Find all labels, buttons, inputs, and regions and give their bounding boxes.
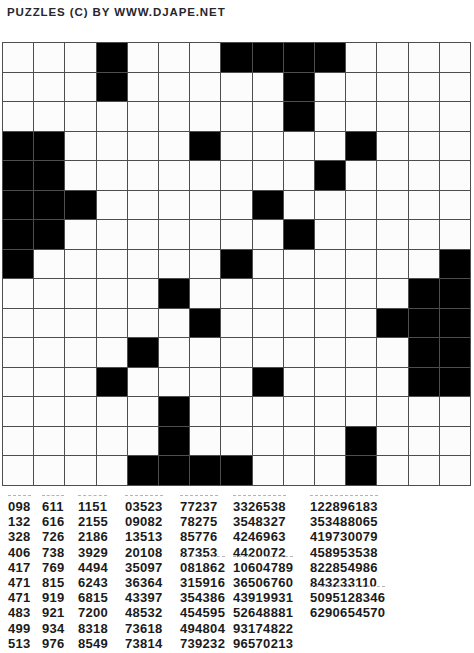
number-value: 976: [42, 637, 65, 651]
cell-r11c7[interactable]: [190, 338, 220, 367]
number-entry: 934: [42, 619, 65, 634]
number-entry: 122896183: [310, 497, 385, 512]
cell-r11c11[interactable]: [315, 338, 345, 367]
cell-r12c11[interactable]: [315, 368, 345, 397]
number-value: 122896183: [310, 495, 378, 514]
number-entry: 73618: [125, 619, 163, 634]
number-entry: 3929: [78, 543, 108, 558]
number-entry: 20108: [125, 543, 163, 558]
cell-r15c6: [159, 456, 189, 485]
cell-r15c3[interactable]: [65, 456, 95, 485]
cell-r9c7[interactable]: [190, 279, 220, 308]
cell-r14c5[interactable]: [128, 427, 158, 456]
cell-r10c2[interactable]: [34, 309, 64, 338]
cell-r13c11[interactable]: [315, 397, 345, 426]
number-entry: 483: [8, 603, 31, 618]
cell-r12c4: [97, 368, 127, 397]
cell-r6c10[interactable]: [284, 191, 314, 220]
number-value: 03523: [125, 495, 163, 514]
number-value: 3326538: [233, 495, 286, 514]
cell-r7c13[interactable]: [377, 220, 407, 249]
cell-r6c1: [3, 191, 33, 220]
cell-r14c13[interactable]: [377, 427, 407, 456]
number-entry: 43397: [125, 588, 163, 603]
cell-r8c15: [440, 250, 470, 279]
number-value: 6290654570: [310, 606, 385, 620]
cell-r7c9[interactable]: [253, 220, 283, 249]
cell-r11c2[interactable]: [34, 338, 64, 367]
number-entry: 7200: [78, 603, 108, 618]
cell-r7c7[interactable]: [190, 220, 220, 249]
cell-r13c13[interactable]: [377, 397, 407, 426]
number-value: 77237: [180, 495, 218, 514]
cell-r6c8[interactable]: [221, 191, 251, 220]
cell-r9c15: [440, 279, 470, 308]
cell-r10c3[interactable]: [65, 309, 95, 338]
number-entry: 417: [8, 558, 31, 573]
cell-r15c7: [190, 456, 220, 485]
cell-r13c9[interactable]: [253, 397, 283, 426]
number-value: 739232: [180, 637, 225, 651]
number-entry: 739232: [180, 634, 225, 649]
cell-r10c8[interactable]: [221, 309, 251, 338]
cell-r6c3: [65, 191, 95, 220]
number-entry: 471: [8, 588, 31, 603]
cell-r14c4[interactable]: [97, 427, 127, 456]
number-entry: 3548327: [233, 512, 293, 527]
cell-r13c7[interactable]: [190, 397, 220, 426]
cell-r7c4[interactable]: [97, 220, 127, 249]
cell-r11c1[interactable]: [3, 338, 33, 367]
number-value: 611: [42, 495, 64, 514]
cell-r12c5[interactable]: [128, 368, 158, 397]
number-value: 513: [8, 637, 31, 651]
number-value: 081862: [180, 556, 225, 575]
number-entry: 09082: [125, 512, 163, 527]
cell-r12c8[interactable]: [221, 368, 251, 397]
cell-r9c1[interactable]: [3, 279, 33, 308]
cell-r10c7: [190, 309, 220, 338]
cell-r6c14[interactable]: [409, 191, 439, 220]
cell-r14c9[interactable]: [253, 427, 283, 456]
number-entry: 4494: [78, 558, 108, 573]
number-entry: 48532: [125, 603, 163, 618]
cell-r14c1[interactable]: [3, 427, 33, 456]
cell-r9c13[interactable]: [377, 279, 407, 308]
cell-r12c2[interactable]: [34, 368, 64, 397]
cell-r12c3[interactable]: [65, 368, 95, 397]
cell-r13c14[interactable]: [409, 397, 439, 426]
number-entry: 43919931: [233, 588, 293, 603]
cell-r11c4[interactable]: [97, 338, 127, 367]
number-entry: 3326538: [233, 497, 293, 512]
number-value: 96570213: [233, 637, 293, 651]
number-entry: 2155: [78, 512, 108, 527]
cell-r11c8[interactable]: [221, 338, 251, 367]
number-entry: 77237: [180, 497, 225, 512]
cell-r14c7[interactable]: [190, 427, 220, 456]
cell-r10c1[interactable]: [3, 309, 33, 338]
cell-r8c6[interactable]: [159, 250, 189, 279]
cell-r8c13[interactable]: [377, 250, 407, 279]
cell-r7c10: [284, 220, 314, 249]
cell-r8c8: [221, 250, 251, 279]
cell-r8c7[interactable]: [190, 250, 220, 279]
cell-r14c12: [346, 427, 376, 456]
cell-r12c7[interactable]: [190, 368, 220, 397]
cell-r7c8[interactable]: [221, 220, 251, 249]
cell-r11c10[interactable]: [284, 338, 314, 367]
cell-r6c7[interactable]: [190, 191, 220, 220]
number-entry: 315916: [180, 573, 225, 588]
cell-r8c2[interactable]: [34, 250, 64, 279]
number-entry: 2186: [78, 527, 108, 542]
number-column-6: 3326538354832742469634420072106047893650…: [233, 497, 293, 649]
cell-r10c11[interactable]: [315, 309, 345, 338]
number-entry: 081862: [180, 558, 225, 573]
number-entry: 822854986: [310, 558, 385, 573]
number-entry: 6815: [78, 588, 108, 603]
number-column-5: 7723778275857768735308186231591635438645…: [180, 497, 225, 649]
cell-r10c9[interactable]: [253, 309, 283, 338]
cell-r10c5[interactable]: [128, 309, 158, 338]
cell-r15c1[interactable]: [3, 456, 33, 485]
cell-r10c4[interactable]: [97, 309, 127, 338]
number-entry: 13513: [125, 527, 163, 542]
cell-r14c3[interactable]: [65, 427, 95, 456]
number-value: 10604789: [233, 556, 293, 575]
number-value: 5095128346: [310, 586, 385, 605]
cell-r12c9: [253, 368, 283, 397]
number-column-7: 1228961833534880654197300794589535388228…: [310, 497, 385, 619]
number-entry: 921: [42, 603, 65, 618]
number-column-1: 098132328406417471471483499513: [8, 497, 31, 649]
number-entry: 35097: [125, 558, 163, 573]
cell-r11c6[interactable]: [159, 338, 189, 367]
cell-r13c6: [159, 397, 189, 426]
number-entry: 976: [42, 634, 65, 649]
cell-r7c5[interactable]: [128, 220, 158, 249]
number-entry: 8318: [78, 619, 108, 634]
cell-r9c10[interactable]: [284, 279, 314, 308]
number-entry: 96570213: [233, 634, 293, 649]
number-entry: 52648881: [233, 603, 293, 618]
cell-r14c2[interactable]: [34, 427, 64, 456]
cell-r13c8[interactable]: [221, 397, 251, 426]
cell-r6c13[interactable]: [377, 191, 407, 220]
cell-r10c6[interactable]: [159, 309, 189, 338]
number-entry: 419730079: [310, 527, 385, 542]
cell-r9c8[interactable]: [221, 279, 251, 308]
cell-r9c5[interactable]: [128, 279, 158, 308]
cell-r10c15: [440, 309, 470, 338]
cell-r14c11[interactable]: [315, 427, 345, 456]
number-entry: 471: [8, 573, 31, 588]
cell-r11c14: [409, 338, 439, 367]
cell-r13c2[interactable]: [34, 397, 64, 426]
cell-r15c2[interactable]: [34, 456, 64, 485]
cell-r6c6[interactable]: [159, 191, 189, 220]
cell-r15c10[interactable]: [284, 456, 314, 485]
cell-r10c13: [377, 309, 407, 338]
cell-r12c15: [440, 368, 470, 397]
cell-r13c3[interactable]: [65, 397, 95, 426]
number-entry: 611: [42, 497, 65, 512]
number-entry: 85776: [180, 527, 225, 542]
cell-r11c5: [128, 338, 158, 367]
number-entry: 5095128346: [310, 588, 385, 603]
number-entry: 6243: [78, 573, 108, 588]
cell-r15c9[interactable]: [253, 456, 283, 485]
cell-r8c11[interactable]: [315, 250, 345, 279]
cell-r13c4[interactable]: [97, 397, 127, 426]
cell-r6c2: [34, 191, 64, 220]
cell-r15c11[interactable]: [315, 456, 345, 485]
cell-r9c11[interactable]: [315, 279, 345, 308]
cell-r8c9[interactable]: [253, 250, 283, 279]
number-entry: 36364: [125, 573, 163, 588]
number-value: 73814: [125, 637, 163, 651]
cell-r12c14: [409, 368, 439, 397]
number-value: 098: [8, 495, 31, 514]
cell-r13c12[interactable]: [346, 397, 376, 426]
number-entry: 919: [42, 588, 65, 603]
number-column-4: 0352309082135132010835097363644339748532…: [125, 497, 163, 649]
number-entry: 406: [8, 543, 31, 558]
cell-r14c14[interactable]: [409, 427, 439, 456]
cell-r11c13[interactable]: [377, 338, 407, 367]
number-bank: 0981323284064174714714834995136116167267…: [0, 0, 474, 167]
number-entry: 10604789: [233, 558, 293, 573]
cell-r12c6[interactable]: [159, 368, 189, 397]
number-entry: 458953538: [310, 543, 385, 558]
cell-r9c2[interactable]: [34, 279, 64, 308]
number-entry: 03523: [125, 497, 163, 512]
cell-r7c2: [34, 220, 64, 249]
cell-r14c10[interactable]: [284, 427, 314, 456]
cell-r9c12[interactable]: [346, 279, 376, 308]
cell-r11c9[interactable]: [253, 338, 283, 367]
cell-r12c13[interactable]: [377, 368, 407, 397]
cell-r15c4[interactable]: [97, 456, 127, 485]
cell-r6c12[interactable]: [346, 191, 376, 220]
cell-r8c4[interactable]: [97, 250, 127, 279]
cell-r15c13[interactable]: [377, 456, 407, 485]
number-entry: 726: [42, 527, 65, 542]
number-entry: 8549: [78, 634, 108, 649]
cell-r10c12[interactable]: [346, 309, 376, 338]
cell-r7c15[interactable]: [440, 220, 470, 249]
cell-r6c9: [253, 191, 283, 220]
cell-r15c5: [128, 456, 158, 485]
cell-r7c12[interactable]: [346, 220, 376, 249]
cell-r7c11[interactable]: [315, 220, 345, 249]
number-entry: 769: [42, 558, 65, 573]
number-entry: 454595: [180, 603, 225, 618]
number-entry: 73814: [125, 634, 163, 649]
cell-r13c10[interactable]: [284, 397, 314, 426]
cell-r15c12: [346, 456, 376, 485]
cell-r7c6[interactable]: [159, 220, 189, 249]
number-entry: 328: [8, 527, 31, 542]
number-entry: 499: [8, 619, 31, 634]
cell-r13c15[interactable]: [440, 397, 470, 426]
cell-r11c3[interactable]: [65, 338, 95, 367]
number-column-2: 611616726738769815919921934976: [42, 497, 65, 649]
cell-r12c10[interactable]: [284, 368, 314, 397]
number-entry: 1151: [78, 497, 108, 512]
number-entry: 78275: [180, 512, 225, 527]
cell-r13c5[interactable]: [128, 397, 158, 426]
number-entry: 354386: [180, 588, 225, 603]
cell-r6c11[interactable]: [315, 191, 345, 220]
number-entry: 098: [8, 497, 31, 512]
cell-r8c14[interactable]: [409, 250, 439, 279]
number-entry: 6290654570: [310, 603, 385, 618]
cell-r15c15[interactable]: [440, 456, 470, 485]
cell-r9c4[interactable]: [97, 279, 127, 308]
cell-r6c5[interactable]: [128, 191, 158, 220]
cell-r14c15[interactable]: [440, 427, 470, 456]
number-value: 1151: [78, 495, 107, 514]
number-entry: 353488065: [310, 512, 385, 527]
puzzle-page: PUZZLES (C) BY WWW.DJAPE.NET 09813232840…: [0, 0, 474, 653]
number-entry: 738: [42, 543, 65, 558]
cell-r11c15: [440, 338, 470, 367]
cell-r8c5[interactable]: [128, 250, 158, 279]
cell-r8c12[interactable]: [346, 250, 376, 279]
cell-r9c3[interactable]: [65, 279, 95, 308]
cell-r8c10[interactable]: [284, 250, 314, 279]
cell-r7c3[interactable]: [65, 220, 95, 249]
cell-r9c9[interactable]: [253, 279, 283, 308]
cell-r15c14[interactable]: [409, 456, 439, 485]
cell-r12c1[interactable]: [3, 368, 33, 397]
cell-r14c8[interactable]: [221, 427, 251, 456]
number-entry: 36506760: [233, 573, 293, 588]
number-value: 8549: [78, 637, 108, 651]
cell-r8c3[interactable]: [65, 250, 95, 279]
cell-r7c14[interactable]: [409, 220, 439, 249]
number-entry: 616: [42, 512, 65, 527]
cell-r6c4[interactable]: [97, 191, 127, 220]
cell-r10c10[interactable]: [284, 309, 314, 338]
cell-r14c6: [159, 427, 189, 456]
cell-r6c15[interactable]: [440, 191, 470, 220]
number-entry: 132: [8, 512, 31, 527]
number-entry: 93174822: [233, 619, 293, 634]
number-column-3: 1151215521863929449462436815720083188549: [78, 497, 108, 649]
number-entry: 815: [42, 573, 65, 588]
cell-r8c1: [3, 250, 33, 279]
cell-r10c14: [409, 309, 439, 338]
cell-r15c8: [221, 456, 251, 485]
number-entry: 513: [8, 634, 31, 649]
cell-r13c1[interactable]: [3, 397, 33, 426]
cell-r7c1: [3, 220, 33, 249]
number-entry: 4246963: [233, 527, 293, 542]
cell-r12c12[interactable]: [346, 368, 376, 397]
cell-r11c12[interactable]: [346, 338, 376, 367]
cell-r9c6: [159, 279, 189, 308]
cell-r9c14: [409, 279, 439, 308]
number-entry: 494804: [180, 619, 225, 634]
